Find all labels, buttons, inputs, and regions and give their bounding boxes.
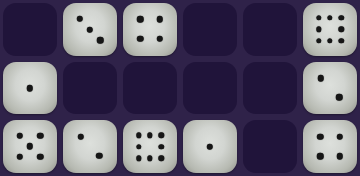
die-pip [147,155,152,161]
die-pip [137,16,143,23]
die-pip [207,143,213,150]
die-pip [87,27,93,34]
die-8[interactable] [123,120,177,173]
die-pip [147,132,152,138]
empty-cell [3,3,57,56]
die-pip [159,132,164,138]
die-2[interactable] [63,120,117,173]
die-pip [336,133,342,140]
empty-cell [123,62,177,115]
die-pip [159,144,164,150]
die-pip [27,143,33,150]
die-pip [339,27,344,33]
die-pip [317,133,323,140]
die-3[interactable] [63,3,117,56]
die-4[interactable] [303,120,357,173]
die-pip [339,38,344,44]
die-pip [336,153,342,160]
die-2[interactable] [303,62,357,115]
die-8[interactable] [303,3,357,56]
die-pip [316,15,321,21]
die-pip [78,133,84,140]
empty-cell [63,62,117,115]
die-1[interactable] [183,120,237,173]
die-pip [327,38,332,44]
die-pip [136,132,141,138]
empty-cell [243,120,297,173]
die-pip [336,94,342,101]
die-pip [156,36,162,43]
die-pip [317,153,323,160]
die-pip [17,132,23,139]
empty-cell [183,62,237,115]
die-pip [156,16,162,23]
die-pip [136,155,141,161]
die-pip [77,16,83,23]
die-pip [318,75,324,82]
die-pip [136,144,141,150]
die-pip [316,38,321,44]
die-pip [37,153,43,160]
dice-board [0,0,360,176]
die-pip [159,155,164,161]
die-pip [97,37,103,44]
die-pip [327,15,332,21]
die-pip [17,153,23,160]
die-pip [27,85,33,92]
die-pip [37,132,43,139]
die-pip [339,15,344,21]
die-pip [316,27,321,33]
empty-cell [183,3,237,56]
die-1[interactable] [3,62,57,115]
die-pip [96,152,102,159]
empty-cell [243,62,297,115]
empty-cell [243,3,297,56]
die-4[interactable] [123,3,177,56]
die-pip [137,36,143,43]
die-5[interactable] [3,120,57,173]
